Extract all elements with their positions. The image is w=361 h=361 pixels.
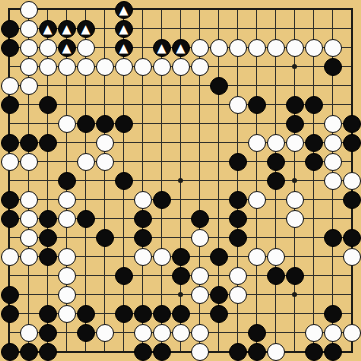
intersection[interactable] [38, 266, 57, 285]
intersection[interactable] [304, 19, 323, 38]
black-stone[interactable] [324, 58, 342, 76]
intersection[interactable] [57, 342, 76, 361]
intersection[interactable] [57, 228, 76, 247]
intersection[interactable] [38, 190, 57, 209]
intersection[interactable] [152, 171, 171, 190]
white-stone[interactable] [267, 39, 285, 57]
intersection[interactable] [228, 114, 247, 133]
intersection[interactable] [190, 133, 209, 152]
intersection[interactable] [57, 171, 76, 190]
intersection[interactable] [38, 152, 57, 171]
intersection[interactable] [76, 285, 95, 304]
black-stone[interactable] [77, 210, 95, 228]
intersection[interactable] [228, 76, 247, 95]
intersection[interactable] [190, 0, 209, 19]
intersection[interactable] [95, 247, 114, 266]
intersection[interactable] [76, 247, 95, 266]
black-stone[interactable] [134, 229, 152, 247]
intersection[interactable] [76, 114, 95, 133]
intersection[interactable] [285, 304, 304, 323]
intersection[interactable] [57, 323, 76, 342]
intersection[interactable] [323, 304, 342, 323]
white-stone[interactable] [39, 58, 57, 76]
intersection[interactable] [342, 304, 361, 323]
intersection[interactable] [114, 152, 133, 171]
intersection[interactable] [152, 0, 171, 19]
black-stone[interactable] [343, 191, 361, 209]
intersection[interactable] [266, 285, 285, 304]
intersection[interactable] [247, 38, 266, 57]
intersection[interactable] [266, 57, 285, 76]
intersection[interactable] [0, 57, 19, 76]
intersection[interactable] [323, 171, 342, 190]
intersection[interactable] [95, 76, 114, 95]
intersection[interactable] [38, 57, 57, 76]
white-stone[interactable] [20, 248, 38, 266]
white-stone[interactable] [58, 305, 76, 323]
white-stone[interactable] [191, 39, 209, 57]
intersection[interactable] [247, 247, 266, 266]
black-stone[interactable] [39, 248, 57, 266]
intersection[interactable] [209, 209, 228, 228]
black-stone[interactable] [172, 248, 190, 266]
intersection[interactable] [114, 247, 133, 266]
intersection[interactable] [114, 228, 133, 247]
black-stone[interactable] [96, 229, 114, 247]
intersection[interactable] [285, 152, 304, 171]
white-stone[interactable] [96, 324, 114, 342]
white-stone[interactable] [324, 153, 342, 171]
black-stone[interactable] [210, 305, 228, 323]
intersection[interactable] [209, 285, 228, 304]
intersection[interactable] [133, 285, 152, 304]
white-stone[interactable] [343, 172, 361, 190]
intersection[interactable] [228, 152, 247, 171]
intersection[interactable] [0, 247, 19, 266]
intersection[interactable] [266, 133, 285, 152]
intersection[interactable] [19, 114, 38, 133]
intersection[interactable] [285, 228, 304, 247]
intersection[interactable] [19, 285, 38, 304]
white-stone[interactable] [20, 210, 38, 228]
white-stone[interactable] [191, 58, 209, 76]
intersection[interactable] [19, 38, 38, 57]
white-stone[interactable] [229, 267, 247, 285]
intersection[interactable] [209, 171, 228, 190]
intersection[interactable] [171, 228, 190, 247]
black-stone[interactable] [267, 172, 285, 190]
intersection[interactable] [133, 152, 152, 171]
white-stone[interactable] [20, 58, 38, 76]
intersection[interactable] [133, 228, 152, 247]
intersection[interactable] [114, 171, 133, 190]
intersection[interactable] [247, 171, 266, 190]
white-stone[interactable] [191, 324, 209, 342]
white-stone[interactable] [134, 58, 152, 76]
intersection[interactable] [342, 285, 361, 304]
intersection[interactable] [190, 38, 209, 57]
intersection[interactable] [323, 323, 342, 342]
white-stone[interactable] [20, 1, 38, 19]
intersection[interactable]: ▲ [152, 38, 171, 57]
intersection[interactable] [209, 19, 228, 38]
black-stone[interactable] [153, 191, 171, 209]
intersection[interactable] [323, 266, 342, 285]
intersection[interactable] [266, 266, 285, 285]
intersection[interactable] [152, 228, 171, 247]
intersection[interactable] [209, 152, 228, 171]
intersection[interactable] [209, 0, 228, 19]
intersection[interactable] [95, 133, 114, 152]
intersection[interactable]: ▲ [76, 19, 95, 38]
intersection[interactable] [285, 114, 304, 133]
intersection[interactable] [266, 95, 285, 114]
intersection[interactable] [0, 190, 19, 209]
intersection[interactable] [228, 190, 247, 209]
white-stone[interactable] [343, 324, 361, 342]
intersection[interactable] [342, 171, 361, 190]
intersection[interactable] [133, 57, 152, 76]
intersection[interactable] [38, 304, 57, 323]
intersection[interactable] [95, 38, 114, 57]
black-stone[interactable] [39, 305, 57, 323]
intersection[interactable] [0, 152, 19, 171]
intersection[interactable] [19, 76, 38, 95]
intersection[interactable] [152, 323, 171, 342]
intersection[interactable] [342, 228, 361, 247]
intersection[interactable] [171, 209, 190, 228]
intersection[interactable] [342, 190, 361, 209]
black-stone[interactable] [58, 172, 76, 190]
intersection[interactable] [19, 133, 38, 152]
intersection[interactable] [133, 342, 152, 361]
black-stone[interactable] [248, 343, 266, 361]
intersection[interactable] [171, 342, 190, 361]
intersection[interactable] [19, 57, 38, 76]
white-stone[interactable] [267, 134, 285, 152]
intersection[interactable] [171, 247, 190, 266]
intersection[interactable] [190, 190, 209, 209]
intersection[interactable]: ▲ [114, 0, 133, 19]
intersection[interactable] [57, 266, 76, 285]
intersection[interactable] [209, 323, 228, 342]
black-stone[interactable] [1, 134, 19, 152]
intersection[interactable] [266, 342, 285, 361]
intersection[interactable] [266, 0, 285, 19]
black-stone[interactable] [286, 267, 304, 285]
intersection[interactable] [266, 152, 285, 171]
intersection[interactable] [57, 57, 76, 76]
black-stone[interactable] [1, 286, 19, 304]
intersection[interactable] [342, 38, 361, 57]
intersection[interactable] [38, 38, 57, 57]
intersection[interactable] [38, 95, 57, 114]
intersection[interactable] [152, 342, 171, 361]
intersection[interactable] [228, 19, 247, 38]
intersection[interactable] [209, 228, 228, 247]
white-stone[interactable] [191, 286, 209, 304]
white-stone[interactable] [58, 191, 76, 209]
intersection[interactable] [95, 0, 114, 19]
intersection[interactable] [171, 57, 190, 76]
intersection[interactable] [19, 228, 38, 247]
intersection[interactable] [247, 133, 266, 152]
intersection[interactable] [323, 95, 342, 114]
black-stone[interactable] [305, 153, 323, 171]
intersection[interactable] [304, 95, 323, 114]
intersection[interactable] [95, 285, 114, 304]
intersection[interactable] [228, 228, 247, 247]
white-stone[interactable] [248, 134, 266, 152]
intersection[interactable] [133, 95, 152, 114]
intersection[interactable] [0, 171, 19, 190]
intersection[interactable] [19, 171, 38, 190]
intersection[interactable] [152, 76, 171, 95]
intersection[interactable] [190, 209, 209, 228]
intersection[interactable] [0, 228, 19, 247]
intersection[interactable] [342, 209, 361, 228]
black-stone[interactable] [343, 134, 361, 152]
intersection[interactable] [114, 114, 133, 133]
intersection[interactable] [19, 152, 38, 171]
intersection[interactable] [190, 247, 209, 266]
intersection[interactable] [323, 0, 342, 19]
white-stone[interactable] [20, 153, 38, 171]
intersection[interactable] [114, 209, 133, 228]
white-stone[interactable] [324, 115, 342, 133]
intersection[interactable]: ▲ [114, 19, 133, 38]
white-stone[interactable] [20, 324, 38, 342]
intersection[interactable] [133, 247, 152, 266]
white-stone[interactable] [96, 134, 114, 152]
intersection[interactable] [285, 133, 304, 152]
intersection[interactable] [19, 95, 38, 114]
intersection[interactable] [133, 209, 152, 228]
white-stone[interactable] [115, 58, 133, 76]
intersection[interactable] [133, 76, 152, 95]
intersection[interactable] [95, 228, 114, 247]
white-stone[interactable] [77, 153, 95, 171]
white-stone[interactable] [210, 39, 228, 57]
intersection[interactable] [209, 266, 228, 285]
intersection[interactable] [285, 247, 304, 266]
intersection[interactable] [152, 190, 171, 209]
intersection[interactable] [38, 247, 57, 266]
black-stone[interactable] [1, 39, 19, 57]
intersection[interactable] [171, 152, 190, 171]
intersection[interactable] [285, 171, 304, 190]
black-stone[interactable] [1, 210, 19, 228]
intersection[interactable] [323, 152, 342, 171]
intersection[interactable] [304, 76, 323, 95]
black-stone[interactable] [1, 305, 19, 323]
black-stone[interactable] [286, 96, 304, 114]
intersection[interactable] [285, 19, 304, 38]
intersection[interactable] [114, 76, 133, 95]
white-stone[interactable] [58, 286, 76, 304]
black-stone-triangle-marked[interactable]: ▲ [115, 39, 133, 57]
intersection[interactable] [57, 95, 76, 114]
intersection[interactable] [323, 76, 342, 95]
intersection[interactable] [190, 285, 209, 304]
black-stone[interactable] [305, 134, 323, 152]
intersection[interactable] [57, 209, 76, 228]
black-stone[interactable] [248, 324, 266, 342]
white-stone[interactable] [58, 248, 76, 266]
white-stone[interactable] [248, 39, 266, 57]
white-stone[interactable] [229, 286, 247, 304]
intersection[interactable] [190, 57, 209, 76]
intersection[interactable] [228, 342, 247, 361]
intersection[interactable] [285, 209, 304, 228]
intersection[interactable] [209, 342, 228, 361]
intersection[interactable] [190, 19, 209, 38]
intersection[interactable] [266, 38, 285, 57]
intersection[interactable] [76, 133, 95, 152]
black-stone[interactable] [343, 229, 361, 247]
intersection[interactable] [304, 171, 323, 190]
intersection[interactable] [304, 304, 323, 323]
intersection[interactable] [247, 114, 266, 133]
intersection[interactable] [247, 152, 266, 171]
intersection[interactable] [228, 38, 247, 57]
intersection[interactable] [133, 114, 152, 133]
intersection[interactable] [38, 342, 57, 361]
intersection[interactable] [285, 190, 304, 209]
black-stone[interactable] [77, 305, 95, 323]
intersection[interactable] [19, 0, 38, 19]
intersection[interactable] [133, 133, 152, 152]
intersection[interactable] [95, 57, 114, 76]
intersection[interactable] [342, 76, 361, 95]
intersection[interactable] [152, 285, 171, 304]
intersection[interactable] [247, 285, 266, 304]
intersection[interactable] [266, 228, 285, 247]
intersection[interactable]: ▲ [57, 19, 76, 38]
intersection[interactable] [342, 266, 361, 285]
white-stone[interactable] [20, 191, 38, 209]
intersection[interactable] [209, 76, 228, 95]
intersection[interactable] [228, 133, 247, 152]
intersection[interactable] [114, 285, 133, 304]
intersection[interactable] [114, 133, 133, 152]
white-stone[interactable] [20, 77, 38, 95]
white-stone[interactable] [1, 153, 19, 171]
white-stone[interactable] [286, 191, 304, 209]
white-stone[interactable] [58, 210, 76, 228]
intersection[interactable] [76, 171, 95, 190]
black-stone[interactable] [324, 305, 342, 323]
intersection[interactable] [0, 285, 19, 304]
black-stone[interactable] [210, 77, 228, 95]
intersection[interactable] [285, 266, 304, 285]
intersection[interactable] [171, 266, 190, 285]
black-stone[interactable] [1, 343, 19, 361]
intersection[interactable] [0, 114, 19, 133]
white-stone[interactable] [286, 210, 304, 228]
intersection[interactable] [304, 285, 323, 304]
white-stone[interactable] [324, 39, 342, 57]
intersection[interactable] [38, 285, 57, 304]
black-stone[interactable] [191, 210, 209, 228]
white-stone[interactable] [20, 20, 38, 38]
white-stone[interactable] [96, 153, 114, 171]
black-stone[interactable] [96, 115, 114, 133]
intersection[interactable] [323, 190, 342, 209]
intersection[interactable] [152, 266, 171, 285]
intersection[interactable] [209, 190, 228, 209]
black-stone[interactable] [153, 305, 171, 323]
intersection[interactable] [0, 38, 19, 57]
intersection[interactable] [285, 323, 304, 342]
intersection[interactable] [19, 190, 38, 209]
intersection[interactable] [247, 0, 266, 19]
intersection[interactable] [266, 323, 285, 342]
black-stone-triangle-marked[interactable]: ▲ [58, 20, 76, 38]
intersection[interactable] [342, 57, 361, 76]
intersection[interactable] [152, 152, 171, 171]
intersection[interactable] [228, 285, 247, 304]
black-stone[interactable] [39, 229, 57, 247]
intersection[interactable] [323, 133, 342, 152]
intersection[interactable] [171, 285, 190, 304]
intersection[interactable] [342, 247, 361, 266]
black-stone[interactable] [324, 343, 342, 361]
white-stone[interactable] [172, 324, 190, 342]
intersection[interactable] [57, 76, 76, 95]
intersection[interactable] [0, 0, 19, 19]
intersection[interactable] [95, 171, 114, 190]
intersection[interactable] [304, 342, 323, 361]
intersection[interactable] [342, 342, 361, 361]
intersection[interactable] [95, 304, 114, 323]
intersection[interactable] [323, 19, 342, 38]
intersection[interactable] [57, 0, 76, 19]
intersection[interactable] [285, 285, 304, 304]
intersection[interactable] [266, 304, 285, 323]
intersection[interactable] [38, 323, 57, 342]
intersection[interactable] [133, 323, 152, 342]
intersection[interactable] [152, 247, 171, 266]
intersection[interactable] [342, 152, 361, 171]
intersection[interactable] [0, 76, 19, 95]
intersection[interactable] [285, 57, 304, 76]
white-stone[interactable] [286, 39, 304, 57]
intersection[interactable] [152, 95, 171, 114]
intersection[interactable] [133, 0, 152, 19]
black-stone[interactable] [172, 305, 190, 323]
white-stone[interactable] [324, 172, 342, 190]
black-stone[interactable] [229, 229, 247, 247]
white-stone[interactable] [305, 39, 323, 57]
white-stone[interactable] [248, 248, 266, 266]
black-stone[interactable] [229, 343, 247, 361]
intersection[interactable] [247, 19, 266, 38]
intersection[interactable] [247, 76, 266, 95]
intersection[interactable] [342, 133, 361, 152]
intersection[interactable] [190, 342, 209, 361]
intersection[interactable] [266, 76, 285, 95]
intersection[interactable] [152, 133, 171, 152]
intersection[interactable] [171, 190, 190, 209]
black-stone[interactable] [153, 343, 171, 361]
intersection[interactable] [152, 209, 171, 228]
intersection[interactable] [228, 323, 247, 342]
black-stone-triangle-marked[interactable]: ▲ [39, 20, 57, 38]
intersection[interactable] [228, 57, 247, 76]
white-stone[interactable] [343, 248, 361, 266]
intersection[interactable] [114, 323, 133, 342]
